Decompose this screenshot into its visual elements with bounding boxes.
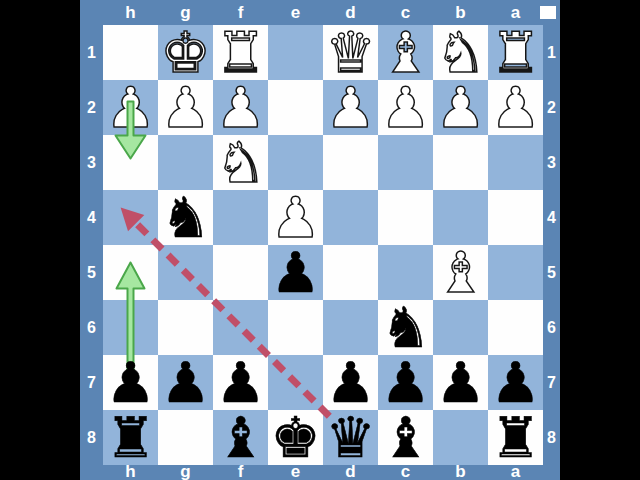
- square-b8[interactable]: [433, 410, 488, 465]
- piece-black-pawn-h7[interactable]: ♟: [103, 355, 158, 410]
- piece-black-rook-h8[interactable]: ♜: [103, 410, 158, 465]
- piece-black-pawn-f7[interactable]: ♟: [213, 355, 268, 410]
- rank-label-4: 4: [80, 190, 103, 245]
- page: { "game": "chess", "position": { "fen": …: [0, 0, 640, 480]
- square-e6[interactable]: [268, 300, 323, 355]
- square-g8[interactable]: [158, 410, 213, 465]
- rank-label-8: 8: [543, 410, 560, 465]
- square-a4[interactable]: [488, 190, 543, 245]
- piece-white-bishop-b5[interactable]: ♝: [433, 245, 488, 300]
- square-e3[interactable]: [268, 135, 323, 190]
- piece-white-knight-b1[interactable]: ♞: [433, 25, 488, 80]
- square-h1[interactable]: [103, 25, 158, 80]
- rank-label-1: 1: [80, 25, 103, 80]
- rank-label-6: 6: [80, 300, 103, 355]
- piece-white-pawn-c2[interactable]: ♟: [378, 80, 433, 135]
- piece-black-bishop-c8[interactable]: ♝: [378, 410, 433, 465]
- piece-white-queen-d1[interactable]: ♛: [323, 25, 378, 80]
- square-e7[interactable]: [268, 355, 323, 410]
- piece-black-pawn-c7[interactable]: ♟: [378, 355, 433, 410]
- square-d6[interactable]: [323, 300, 378, 355]
- square-d5[interactable]: [323, 245, 378, 300]
- square-d3[interactable]: [323, 135, 378, 190]
- square-a3[interactable]: [488, 135, 543, 190]
- square-d4[interactable]: [323, 190, 378, 245]
- rank-label-6: 6: [543, 300, 560, 355]
- square-b3[interactable]: [433, 135, 488, 190]
- square-c3[interactable]: [378, 135, 433, 190]
- piece-black-pawn-e5[interactable]: ♟: [268, 245, 323, 300]
- piece-white-pawn-a2[interactable]: ♟: [488, 80, 543, 135]
- rank-label-2: 2: [543, 80, 560, 135]
- square-h6[interactable]: [103, 300, 158, 355]
- chess-board: hgfedcba 12345678 12345678 hgfedcba ♚♜♛♝…: [80, 0, 560, 480]
- piece-white-knight-f3[interactable]: ♞: [213, 135, 268, 190]
- square-h4[interactable]: [103, 190, 158, 245]
- rank-label-7: 7: [543, 355, 560, 410]
- piece-black-bishop-f8[interactable]: ♝: [213, 410, 268, 465]
- file-label-b: b: [433, 464, 488, 480]
- square-a5[interactable]: [488, 245, 543, 300]
- piece-black-queen-d8[interactable]: ♛: [323, 410, 378, 465]
- piece-white-pawn-f2[interactable]: ♟: [213, 80, 268, 135]
- piece-black-rook-a8[interactable]: ♜: [488, 410, 543, 465]
- rank-label-8: 8: [80, 410, 103, 465]
- square-a6[interactable]: [488, 300, 543, 355]
- side-to-move-indicator: [540, 6, 556, 19]
- rank-label-3: 3: [543, 135, 560, 190]
- piece-white-pawn-e4[interactable]: ♟: [268, 190, 323, 245]
- piece-white-king-g1[interactable]: ♚: [158, 25, 213, 80]
- rank-label-1: 1: [543, 25, 560, 80]
- file-label-e: e: [268, 0, 323, 25]
- piece-white-pawn-h2[interactable]: ♟: [103, 80, 158, 135]
- rank-label-5: 5: [80, 245, 103, 300]
- piece-white-rook-a1[interactable]: ♜: [488, 25, 543, 80]
- square-b6[interactable]: [433, 300, 488, 355]
- square-h5[interactable]: [103, 245, 158, 300]
- square-f5[interactable]: [213, 245, 268, 300]
- file-label-h: h: [103, 0, 158, 25]
- square-f6[interactable]: [213, 300, 268, 355]
- square-g5[interactable]: [158, 245, 213, 300]
- square-b4[interactable]: [433, 190, 488, 245]
- piece-black-knight-c6[interactable]: ♞: [378, 300, 433, 355]
- square-f4[interactable]: [213, 190, 268, 245]
- square-e2[interactable]: [268, 80, 323, 135]
- rank-label-5: 5: [543, 245, 560, 300]
- piece-white-rook-f1[interactable]: ♜: [213, 25, 268, 80]
- piece-black-king-e8[interactable]: ♚: [268, 410, 323, 465]
- square-c4[interactable]: [378, 190, 433, 245]
- piece-black-knight-g4[interactable]: ♞: [158, 190, 213, 245]
- piece-white-pawn-g2[interactable]: ♟: [158, 80, 213, 135]
- rank-label-2: 2: [80, 80, 103, 135]
- square-h3[interactable]: [103, 135, 158, 190]
- file-label-g: g: [158, 464, 213, 480]
- square-e1[interactable]: [268, 25, 323, 80]
- rank-label-3: 3: [80, 135, 103, 190]
- piece-black-pawn-g7[interactable]: ♟: [158, 355, 213, 410]
- piece-black-pawn-d7[interactable]: ♟: [323, 355, 378, 410]
- piece-white-bishop-c1[interactable]: ♝: [378, 25, 433, 80]
- square-g6[interactable]: [158, 300, 213, 355]
- square-c5[interactable]: [378, 245, 433, 300]
- rank-label-4: 4: [543, 190, 560, 245]
- square-g3[interactable]: [158, 135, 213, 190]
- rank-label-7: 7: [80, 355, 103, 410]
- piece-black-pawn-a7[interactable]: ♟: [488, 355, 543, 410]
- piece-black-pawn-b7[interactable]: ♟: [433, 355, 488, 410]
- piece-white-pawn-b2[interactable]: ♟: [433, 80, 488, 135]
- piece-white-pawn-d2[interactable]: ♟: [323, 80, 378, 135]
